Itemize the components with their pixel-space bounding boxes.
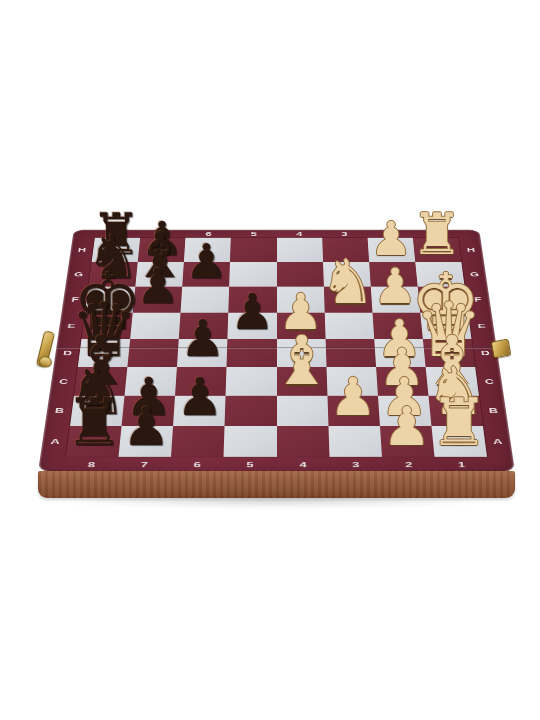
piece-white-rook-a1[interactable]: ♜: [430, 390, 488, 455]
square-d3[interactable]: [325, 339, 376, 367]
piece-white-bishop-c4[interactable]: ♝: [271, 328, 332, 396]
file-label-left-H: H: [78, 246, 87, 253]
file-label-right-A: A: [492, 437, 502, 446]
square-c5[interactable]: [226, 367, 277, 396]
piece-white-rook-h1[interactable]: ♜: [411, 205, 462, 262]
board-cast-shadow: [55, 494, 495, 508]
file-label-right-B: B: [488, 406, 498, 414]
rank-label-bottom-2: 2: [405, 460, 413, 469]
piece-black-pawn-b6[interactable]: ♟: [176, 370, 223, 423]
brass-hinge-icon: [491, 339, 512, 359]
square-a3[interactable]: [328, 426, 382, 457]
square-h5[interactable]: [230, 238, 276, 262]
piece-white-pawn-h2[interactable]: ♟: [370, 214, 412, 261]
rank-label-bottom-6: 6: [193, 460, 201, 469]
file-label-right-H: H: [466, 246, 475, 253]
file-label-left-B: B: [54, 406, 64, 414]
rank-label-bottom-7: 7: [140, 460, 148, 469]
rank-label-top-3: 3: [341, 231, 347, 237]
square-a6[interactable]: [171, 426, 225, 457]
piece-white-knight-f3[interactable]: ♞: [320, 252, 375, 313]
rank-label-bottom-4: 4: [299, 460, 306, 469]
rank-label-bottom-1: 1: [457, 460, 465, 469]
square-a4[interactable]: [277, 426, 330, 457]
piece-black-pawn-d6[interactable]: ♟: [180, 314, 225, 365]
product-photo-stage: HHGGFFEEDDCCBBAA8877665544332211 ♜♟♟♜♞♝♟…: [0, 0, 540, 720]
square-b5[interactable]: [225, 396, 277, 426]
piece-black-rook-a8[interactable]: ♜: [65, 390, 123, 455]
piece-black-pawn-a7[interactable]: ♟: [122, 400, 170, 454]
piece-white-pawn-a2[interactable]: ♟: [383, 400, 431, 454]
piece-black-pawn-f7[interactable]: ♟: [136, 263, 180, 312]
square-d5[interactable]: [227, 339, 277, 367]
rank-label-bottom-8: 8: [87, 460, 95, 469]
piece-black-pawn-g6[interactable]: ♟: [185, 238, 228, 286]
rank-label-top-4: 4: [296, 231, 302, 237]
rank-label-bottom-3: 3: [352, 460, 360, 469]
square-h4[interactable]: [277, 238, 323, 262]
file-label-left-A: A: [50, 437, 60, 446]
piece-black-pawn-e5[interactable]: ♟: [230, 288, 275, 338]
rank-label-bottom-5: 5: [246, 460, 253, 469]
piece-white-pawn-b3[interactable]: ♟: [330, 370, 377, 423]
rank-label-top-5: 5: [251, 231, 257, 237]
square-a5[interactable]: [224, 426, 277, 457]
